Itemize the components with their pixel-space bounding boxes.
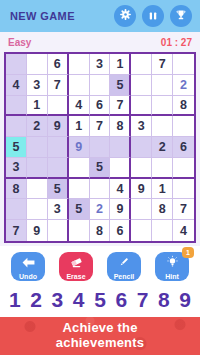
cell-r6c1[interactable]: 3 <box>6 158 27 179</box>
pause-icon <box>148 7 158 25</box>
achievements-button[interactable] <box>170 5 192 27</box>
cell-r3c1[interactable] <box>6 96 27 117</box>
cell-r5c1[interactable]: 5 <box>6 137 27 158</box>
cell-r3c2[interactable]: 1 <box>27 96 48 117</box>
numpad-9[interactable]: 9 <box>179 289 191 310</box>
hint-button[interactable]: 1 Hint <box>155 252 189 281</box>
cell-r9c2[interactable]: 9 <box>27 220 48 241</box>
cell-r8c1[interactable] <box>6 199 27 220</box>
numpad-5[interactable]: 5 <box>94 289 106 310</box>
cell-r2c8[interactable] <box>152 75 173 96</box>
toolbar: Undo Erase Pencil 1 <box>0 246 200 281</box>
cell-r4c1[interactable] <box>6 116 27 137</box>
cell-r8c2[interactable] <box>27 199 48 220</box>
numpad-6[interactable]: 6 <box>115 289 127 310</box>
numpad-2[interactable]: 2 <box>30 289 42 310</box>
cell-r2c2[interactable]: 3 <box>27 75 48 96</box>
cell-r3c8[interactable] <box>152 96 173 117</box>
hint-badge: 1 <box>182 247 194 258</box>
cell-r8c9[interactable]: 7 <box>173 199 194 220</box>
cell-r3c4[interactable]: 4 <box>69 96 90 117</box>
cell-r6c9[interactable] <box>173 158 194 179</box>
sudoku-board: 6317437521467829178359263585491352987798… <box>4 52 196 243</box>
cell-r3c5[interactable]: 6 <box>90 96 111 117</box>
pause-button[interactable] <box>142 5 164 27</box>
cell-r2c4[interactable] <box>69 75 90 96</box>
cell-r5c8[interactable]: 2 <box>152 137 173 158</box>
numpad-3[interactable]: 3 <box>52 289 64 310</box>
erase-label: Erase <box>66 273 85 280</box>
cell-r6c3[interactable] <box>48 158 69 179</box>
cell-r8c8[interactable]: 8 <box>152 199 173 220</box>
cell-r7c3[interactable]: 5 <box>48 179 69 200</box>
cell-r9c5[interactable]: 8 <box>90 220 111 241</box>
cell-r9c3[interactable] <box>48 220 69 241</box>
new-game-title[interactable]: NEW GAME <box>10 10 75 22</box>
hint-label: Hint <box>165 273 179 280</box>
cell-r7c2[interactable] <box>27 179 48 200</box>
number-pad: 123456789 <box>0 281 200 310</box>
erase-button[interactable]: Erase <box>59 252 93 281</box>
cell-r5c5[interactable] <box>90 137 111 158</box>
cell-r4c9[interactable] <box>173 116 194 137</box>
cell-r1c4[interactable] <box>69 54 90 75</box>
cell-r2c7[interactable] <box>131 75 152 96</box>
cell-r1c3[interactable]: 6 <box>48 54 69 75</box>
cell-r2c6[interactable]: 5 <box>110 75 131 96</box>
undo-arrow-icon <box>22 254 35 272</box>
cell-r7c1[interactable]: 8 <box>6 179 27 200</box>
cell-r9c1[interactable]: 7 <box>6 220 27 241</box>
cell-r3c3[interactable] <box>48 96 69 117</box>
cell-r8c5[interactable]: 2 <box>90 199 111 220</box>
pencil-button[interactable]: Pencil <box>107 252 141 281</box>
cell-r1c9[interactable] <box>173 54 194 75</box>
settings-gear-icon <box>119 7 132 25</box>
cell-r8c3[interactable]: 3 <box>48 199 69 220</box>
cell-r5c4[interactable]: 9 <box>69 137 90 158</box>
status-row: Easy 01 : 27 <box>0 32 200 52</box>
cell-r8c7[interactable] <box>131 199 152 220</box>
cell-r7c9[interactable] <box>173 179 194 200</box>
difficulty-label: Easy <box>8 37 31 48</box>
cell-r2c3[interactable]: 7 <box>48 75 69 96</box>
undo-button[interactable]: Undo <box>11 252 45 281</box>
cell-r5c9[interactable]: 6 <box>173 137 194 158</box>
cell-r7c4[interactable] <box>69 179 90 200</box>
topbar-buttons <box>114 5 192 27</box>
cell-r5c3[interactable] <box>48 137 69 158</box>
banner-line1: Achieve the <box>62 321 137 336</box>
cell-r7c5[interactable] <box>90 179 111 200</box>
eraser-icon <box>70 254 83 272</box>
numpad-4[interactable]: 4 <box>73 289 85 310</box>
cell-r7c8[interactable]: 1 <box>152 179 173 200</box>
cell-r1c5[interactable]: 3 <box>90 54 111 75</box>
ad-banner[interactable]: Achieve the achievements <box>0 317 200 355</box>
cell-r1c2[interactable] <box>27 54 48 75</box>
numpad-8[interactable]: 8 <box>158 289 170 310</box>
banner-line2: achievements <box>56 336 144 351</box>
numpad-7[interactable]: 7 <box>137 289 149 310</box>
trophy-icon <box>175 7 187 25</box>
cell-r9c8[interactable] <box>152 220 173 241</box>
lightbulb-icon <box>166 254 179 272</box>
cell-r1c6[interactable]: 1 <box>110 54 131 75</box>
cell-r5c6[interactable] <box>110 137 131 158</box>
cell-r6c4[interactable] <box>69 158 90 179</box>
cell-r8c4[interactable]: 5 <box>69 199 90 220</box>
cell-r9c7[interactable] <box>131 220 152 241</box>
cell-r6c8[interactable] <box>152 158 173 179</box>
cell-r5c2[interactable] <box>27 137 48 158</box>
board-zone: Easy 01 : 27 631743752146782917835926358… <box>0 32 200 246</box>
cell-r8c6[interactable]: 9 <box>110 199 131 220</box>
top-bar: NEW GAME <box>0 0 200 32</box>
cell-r3c7[interactable] <box>131 96 152 117</box>
cell-r2c5[interactable] <box>90 75 111 96</box>
undo-label: Undo <box>19 273 37 280</box>
cell-r4c3[interactable]: 9 <box>48 116 69 137</box>
cell-r4c5[interactable]: 7 <box>90 116 111 137</box>
cell-r4c8[interactable] <box>152 116 173 137</box>
cell-r2c9[interactable]: 2 <box>173 75 194 96</box>
timer-label: 01 : 27 <box>161 37 192 48</box>
pencil-label: Pencil <box>114 273 135 280</box>
cell-r1c8[interactable]: 7 <box>152 54 173 75</box>
cell-r6c7[interactable] <box>131 158 152 179</box>
cell-r4c7[interactable]: 3 <box>131 116 152 137</box>
cell-r3c6[interactable]: 7 <box>110 96 131 117</box>
cell-r9c4[interactable] <box>69 220 90 241</box>
numpad-1[interactable]: 1 <box>9 289 21 310</box>
cell-r7c7[interactable]: 9 <box>131 179 152 200</box>
cell-r6c6[interactable] <box>110 158 131 179</box>
cell-r9c9[interactable]: 4 <box>173 220 194 241</box>
cell-r6c5[interactable]: 5 <box>90 158 111 179</box>
cell-r5c7[interactable] <box>131 137 152 158</box>
cell-r7c6[interactable]: 4 <box>110 179 131 200</box>
settings-button[interactable] <box>114 5 136 27</box>
cell-r4c6[interactable]: 8 <box>110 116 131 137</box>
cell-r4c4[interactable]: 1 <box>69 116 90 137</box>
pencil-icon <box>118 254 130 272</box>
cell-r2c1[interactable]: 4 <box>6 75 27 96</box>
cell-r9c6[interactable]: 6 <box>110 220 131 241</box>
cell-r3c9[interactable]: 8 <box>173 96 194 117</box>
cell-r4c2[interactable]: 2 <box>27 116 48 137</box>
cell-r1c7[interactable] <box>131 54 152 75</box>
cell-r1c1[interactable] <box>6 54 27 75</box>
cell-r6c2[interactable] <box>27 158 48 179</box>
